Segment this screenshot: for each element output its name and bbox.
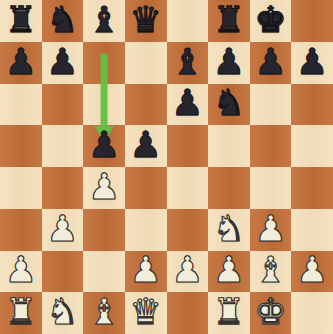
square-f8[interactable]: ♜ (208, 0, 250, 42)
square-e5[interactable] (167, 125, 209, 167)
square-a1[interactable]: ♜ (0, 292, 42, 334)
square-a8[interactable]: ♜ (0, 0, 42, 42)
square-d6[interactable] (125, 84, 167, 126)
square-c7[interactable] (83, 42, 125, 84)
piece-black-pawn[interactable]: ♟ (46, 44, 78, 80)
square-h7[interactable]: ♟ (291, 42, 333, 84)
square-c3[interactable] (83, 209, 125, 251)
square-e4[interactable] (167, 167, 209, 209)
square-e6[interactable]: ♟ (167, 84, 209, 126)
piece-black-pawn[interactable]: ♟ (296, 44, 328, 80)
piece-white-knight[interactable]: ♞ (213, 211, 245, 247)
square-h5[interactable] (291, 125, 333, 167)
square-d5[interactable]: ♟ (125, 125, 167, 167)
piece-black-pawn[interactable]: ♟ (88, 127, 120, 163)
square-f2[interactable]: ♟ (208, 251, 250, 293)
square-f3[interactable]: ♞ (208, 209, 250, 251)
piece-white-pawn[interactable]: ♟ (171, 252, 203, 288)
piece-white-rook[interactable]: ♜ (213, 294, 245, 330)
square-g6[interactable] (250, 84, 292, 126)
piece-black-queen[interactable]: ♛ (130, 2, 162, 38)
square-c8[interactable]: ♝ (83, 0, 125, 42)
piece-white-pawn[interactable]: ♟ (5, 252, 37, 288)
piece-white-knight[interactable]: ♞ (46, 294, 78, 330)
square-f5[interactable] (208, 125, 250, 167)
square-h6[interactable] (291, 84, 333, 126)
square-b7[interactable]: ♟ (42, 42, 84, 84)
square-a4[interactable] (0, 167, 42, 209)
square-a7[interactable]: ♟ (0, 42, 42, 84)
piece-white-bishop[interactable]: ♝ (254, 252, 286, 288)
square-d4[interactable] (125, 167, 167, 209)
square-e2[interactable]: ♟ (167, 251, 209, 293)
square-a2[interactable]: ♟ (0, 251, 42, 293)
square-e7[interactable]: ♝ (167, 42, 209, 84)
square-c2[interactable] (83, 251, 125, 293)
square-d3[interactable] (125, 209, 167, 251)
square-g7[interactable]: ♟ (250, 42, 292, 84)
square-d7[interactable] (125, 42, 167, 84)
piece-black-bishop[interactable]: ♝ (171, 44, 203, 80)
square-e1[interactable] (167, 292, 209, 334)
square-a6[interactable] (0, 84, 42, 126)
square-h4[interactable] (291, 167, 333, 209)
chess-board: ♜♞♝♛♜♚♟♟♝♟♟♟♟♞♟♟♟♟♞♟♟♟♟♟♝♟♜♞♝♛♜♚ (0, 0, 333, 334)
board-squares: ♜♞♝♛♜♚♟♟♝♟♟♟♟♞♟♟♟♟♞♟♟♟♟♟♝♟♜♞♝♛♜♚ (0, 0, 333, 334)
square-h2[interactable]: ♟ (291, 251, 333, 293)
square-h8[interactable] (291, 0, 333, 42)
piece-white-bishop[interactable]: ♝ (88, 294, 120, 330)
square-h1[interactable] (291, 292, 333, 334)
square-g4[interactable] (250, 167, 292, 209)
piece-black-pawn[interactable]: ♟ (171, 85, 203, 121)
piece-black-king[interactable]: ♚ (254, 2, 286, 38)
square-a5[interactable] (0, 125, 42, 167)
square-c4[interactable]: ♟ (83, 167, 125, 209)
piece-white-pawn[interactable]: ♟ (46, 211, 78, 247)
square-g8[interactable]: ♚ (250, 0, 292, 42)
square-g2[interactable]: ♝ (250, 251, 292, 293)
piece-black-pawn[interactable]: ♟ (254, 44, 286, 80)
piece-white-king[interactable]: ♚ (254, 294, 286, 330)
square-b4[interactable] (42, 167, 84, 209)
square-f6[interactable]: ♞ (208, 84, 250, 126)
square-e3[interactable] (167, 209, 209, 251)
piece-black-knight[interactable]: ♞ (46, 2, 78, 38)
piece-black-pawn[interactable]: ♟ (5, 44, 37, 80)
square-h3[interactable] (291, 209, 333, 251)
square-e8[interactable] (167, 0, 209, 42)
piece-black-pawn[interactable]: ♟ (213, 44, 245, 80)
piece-white-queen[interactable]: ♛ (130, 294, 162, 330)
piece-white-pawn[interactable]: ♟ (88, 169, 120, 205)
square-g5[interactable] (250, 125, 292, 167)
square-b2[interactable] (42, 251, 84, 293)
square-c6[interactable] (83, 84, 125, 126)
square-a3[interactable] (0, 209, 42, 251)
square-f1[interactable]: ♜ (208, 292, 250, 334)
square-b6[interactable] (42, 84, 84, 126)
square-b1[interactable]: ♞ (42, 292, 84, 334)
piece-black-pawn[interactable]: ♟ (130, 127, 162, 163)
square-b8[interactable]: ♞ (42, 0, 84, 42)
piece-white-pawn[interactable]: ♟ (254, 211, 286, 247)
square-d1[interactable]: ♛ (125, 292, 167, 334)
piece-black-knight[interactable]: ♞ (213, 85, 245, 121)
piece-white-pawn[interactable]: ♟ (213, 252, 245, 288)
square-c1[interactable]: ♝ (83, 292, 125, 334)
square-c5[interactable]: ♟ (83, 125, 125, 167)
square-d2[interactable]: ♟ (125, 251, 167, 293)
piece-black-rook[interactable]: ♜ (5, 2, 37, 38)
square-b3[interactable]: ♟ (42, 209, 84, 251)
square-b5[interactable] (42, 125, 84, 167)
piece-black-rook[interactable]: ♜ (213, 2, 245, 38)
piece-white-rook[interactable]: ♜ (5, 294, 37, 330)
square-f4[interactable] (208, 167, 250, 209)
piece-black-bishop[interactable]: ♝ (88, 2, 120, 38)
square-g1[interactable]: ♚ (250, 292, 292, 334)
square-g3[interactable]: ♟ (250, 209, 292, 251)
piece-white-pawn[interactable]: ♟ (130, 252, 162, 288)
piece-white-pawn[interactable]: ♟ (296, 252, 328, 288)
square-d8[interactable]: ♛ (125, 0, 167, 42)
square-f7[interactable]: ♟ (208, 42, 250, 84)
